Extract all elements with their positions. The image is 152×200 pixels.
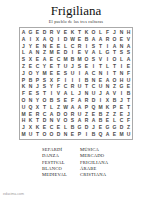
grid-cell-r9c1: K [20, 83, 27, 90]
grid-cell-r8c3: P [34, 77, 41, 84]
grid-cell-r1c10: K [83, 29, 90, 36]
grid-cell-r11c15: J [118, 97, 125, 104]
grid-cell-r2c1: A [20, 36, 27, 43]
grid-cell-r10c7: A [62, 90, 69, 97]
grid-cell-r13c8: R [69, 111, 76, 118]
grid-cell-r13c1: M [20, 111, 27, 118]
grid-cell-r13c10: Z [83, 111, 90, 118]
grid-cell-r6c10: E [83, 63, 90, 70]
grid-cell-r5c2: X [27, 56, 34, 63]
grid-cell-r9c7: C [62, 83, 69, 90]
grid-cell-r3c5: E [48, 43, 55, 50]
grid-cell-r7c11: C [90, 70, 97, 77]
grid-cell-r13c7: O [62, 111, 69, 118]
grid-cell-r12c4: T [41, 104, 48, 111]
grid-cell-r15c9: G [76, 124, 83, 131]
grid-cell-r7c4: M [41, 70, 48, 77]
grid-cell-r3c6: E [55, 43, 62, 50]
grid-cell-r10c6: V [55, 90, 62, 97]
grid-cell-r1c12: L [97, 29, 104, 36]
grid-cell-r13c16: J [125, 111, 132, 118]
grid-cell-r2c14: O [111, 36, 118, 43]
grid-cell-r7c14: T [111, 70, 118, 77]
grid-cell-r13c5: A [48, 111, 55, 118]
grid-cell-r1c11: O [90, 29, 97, 36]
grid-cell-r1c14: J [111, 29, 118, 36]
grid-cell-r6c5: E [48, 63, 55, 70]
grid-cell-r7c8: U [69, 70, 76, 77]
grid-cell-r14c11: A [90, 117, 97, 124]
grid-cell-r9c10: T [83, 83, 90, 90]
grid-cell-r12c11: Q [90, 104, 97, 111]
grid-cell-r12c1: U [20, 104, 27, 111]
grid-cell-r16c9: P [76, 131, 83, 138]
grid-cell-r14c6: V [55, 117, 62, 124]
grid-cell-r15c10: D [83, 124, 90, 131]
grid-cell-r6c2: E [27, 63, 34, 70]
grid-cell-r5c1: S [20, 56, 27, 63]
grid-cell-r5c4: A [41, 56, 48, 63]
grid-cell-r1c3: E [34, 29, 41, 36]
grid-cell-r5c8: B [69, 56, 76, 63]
grid-cell-r9c8: R [69, 83, 76, 90]
grid-cell-r7c13: I [104, 70, 111, 77]
grid-cell-r10c12: J [97, 90, 104, 97]
grid-cell-r8c16: U [125, 77, 132, 84]
grid-cell-r8c7: I [62, 77, 69, 84]
grid-cell-r4c7: D [62, 49, 69, 56]
grid-cell-r10c13: A [104, 90, 111, 97]
grid-cell-r14c4: D [41, 117, 48, 124]
grid-cell-r16c13: A [104, 131, 111, 138]
grid-cell-r2c8: W [69, 36, 76, 43]
grid-cell-r14c5: N [48, 117, 55, 124]
grid-cell-r4c5: M [48, 49, 55, 56]
grid-cell-r8c13: A [104, 77, 111, 84]
grid-cell-r7c12: N [97, 70, 104, 77]
word-list: SEFARDÍDANZAFESTIVALBLANCOMEDIEVAL MÚSIC… [42, 147, 152, 179]
grid-cell-r3c10: I [83, 43, 90, 50]
grid-cell-r10c11: U [90, 90, 97, 97]
grid-cell-r8c1: P [20, 77, 27, 84]
grid-cell-r12c16: T [125, 104, 132, 111]
grid-cell-r13c6: D [55, 111, 62, 118]
grid-cell-r4c6: E [55, 49, 62, 56]
grid-cell-r3c7: L [62, 43, 69, 50]
grid-cell-r3c3: E [34, 43, 41, 50]
grid-cell-r3c14: A [111, 43, 118, 50]
grid-cell-r11c2: N [27, 97, 34, 104]
grid-cell-r1c5: R [48, 29, 55, 36]
grid-cell-r8c2: B [27, 77, 34, 84]
grid-cell-r4c4: Z [41, 49, 48, 56]
grid-cell-r13c12: B [97, 111, 104, 118]
grid-cell-r9c4: S [41, 83, 48, 90]
grid-cell-r3c12: T [97, 43, 104, 50]
grid-cell-r16c5: O [48, 131, 55, 138]
grid-cell-r9c11: C [90, 83, 97, 90]
grid-cell-r3c2: Y [27, 43, 34, 50]
grid-cell-r13c9: U [76, 111, 83, 118]
grid-cell-r7c7: S [62, 70, 69, 77]
grid-cell-r3c16: A [125, 43, 132, 50]
grid-cell-r10c3: S [34, 90, 41, 97]
grid-cell-r9c16: E [125, 83, 132, 90]
grid-cell-r6c9: S [76, 63, 83, 70]
grid-cell-r9c13: N [104, 83, 111, 90]
grid-cell-r12c7: W [62, 104, 69, 111]
grid-cell-r2c9: E [76, 36, 83, 43]
word-list-column-1: SEFARDÍDANZAFESTIVALBLANCOMEDIEVAL [42, 147, 67, 179]
grid-cell-r11c12: I [97, 97, 104, 104]
grid-cell-r5c7: M [62, 56, 69, 63]
grid-cell-r3c11: S [90, 43, 97, 50]
grid-cell-r15c4: E [41, 124, 48, 131]
grid-cell-r8c8: I [69, 77, 76, 84]
grid-cell-r10c5: I [48, 90, 55, 97]
grid-cell-r1c6: V [55, 29, 62, 36]
grid-cell-r14c14: L [111, 117, 118, 124]
word-search-grid: AGEDRVEKTKOLFJNHAIXAQIDWEBAAROEVJYENEELC… [19, 27, 133, 140]
grid-cell-r2c16: V [125, 36, 132, 43]
grid-cell-r16c7: N [62, 131, 69, 138]
grid-cell-r5c11: S [90, 56, 97, 63]
grid-cell-r7c3: Y [34, 70, 41, 77]
grid-cell-r15c11: J [90, 124, 97, 131]
grid-cell-r5c16: A [125, 56, 132, 63]
word-item: CRISTIANA [80, 172, 108, 178]
grid-cell-r8c14: O [111, 77, 118, 84]
grid-cell-r15c5: C [48, 124, 55, 131]
grid-cell-r6c15: I [118, 63, 125, 70]
grid-cell-r5c5: E [48, 56, 55, 63]
grid-cell-r12c6: Z [55, 104, 62, 111]
grid-cell-r8c12: E [97, 77, 104, 84]
grid-cell-r11c3: Y [34, 97, 41, 104]
grid-cell-r11c14: B [111, 97, 118, 104]
grid-cell-r14c2: K [27, 117, 34, 124]
grid-cell-r10c9: J [76, 90, 83, 97]
grid-cell-r9c9: U [76, 83, 83, 90]
grid-cell-r13c2: E [27, 111, 34, 118]
grid-cell-r7c10: A [83, 70, 90, 77]
grid-cell-r5c15: L [118, 56, 125, 63]
grid-cell-r4c12: L [97, 49, 104, 56]
grid-cell-r10c16: B [125, 90, 132, 97]
grid-cell-r6c11: I [90, 63, 97, 70]
grid-cell-r12c13: K [104, 104, 111, 111]
grid-cell-r6c12: T [97, 63, 104, 70]
grid-cell-r8c6: F [55, 77, 62, 84]
grid-cell-r15c6: E [55, 124, 62, 131]
grid-cell-r10c15: I [118, 90, 125, 97]
grid-cell-r15c2: X [27, 124, 34, 131]
grid-cell-r13c4: C [41, 111, 48, 118]
grid-cell-r10c1: F [20, 90, 27, 97]
grid-cell-r12c14: P [111, 104, 118, 111]
grid-cell-r14c1: H [20, 117, 27, 124]
grid-cell-r7c16: F [125, 70, 132, 77]
grid-cell-r10c14: V [111, 90, 118, 97]
grid-cell-r16c11: B [90, 131, 97, 138]
grid-cell-r14c10: R [83, 117, 90, 124]
grid-cell-r1c13: F [104, 29, 111, 36]
grid-cell-r6c13: L [104, 63, 111, 70]
grid-cell-r12c9: A [76, 104, 83, 111]
grid-cell-r1c9: T [76, 29, 83, 36]
grid-cell-r8c9: I [76, 77, 83, 84]
grid-cell-r7c6: E [55, 70, 62, 77]
grid-cell-r9c12: U [97, 83, 104, 90]
grid-cell-r13c15: E [118, 111, 125, 118]
grid-cell-r14c8: S [69, 117, 76, 124]
grid-cell-r9c5: Y [48, 83, 55, 90]
grid-cell-r4c14: T [111, 49, 118, 56]
grid-cell-r8c11: N [90, 77, 97, 84]
grid-cell-r2c11: A [90, 36, 97, 43]
word-item: MEDIEVAL [42, 172, 67, 178]
grid-cell-r11c9: A [76, 97, 83, 104]
grid-cell-r4c15: S [118, 49, 125, 56]
grid-cell-r11c16: T [125, 97, 132, 104]
grid-cell-r6c7: U [62, 63, 69, 70]
grid-cell-r9c3: J [34, 83, 41, 90]
grid-cell-r16c8: E [69, 131, 76, 138]
grid-cell-r10c8: L [69, 90, 76, 97]
grid-cell-r16c10: I [83, 131, 90, 138]
grid-cell-r5c10: O [83, 56, 90, 63]
grid-cell-r4c3: N [34, 49, 41, 56]
grid-cell-r4c2: A [27, 49, 34, 56]
grid-cell-r4c11: A [90, 49, 97, 56]
grid-cell-r16c1: M [20, 131, 27, 138]
grid-cell-r12c8: A [69, 104, 76, 111]
grid-cell-r5c6: C [55, 56, 62, 63]
grid-cell-r16c15: M [118, 131, 125, 138]
grid-cell-r2c4: A [41, 36, 48, 43]
grid-cell-r15c8: B [69, 124, 76, 131]
grid-cell-r2c7: D [62, 36, 69, 43]
grid-cell-r14c16: F [125, 117, 132, 124]
grid-cell-r11c13: X [104, 97, 111, 104]
grid-cell-r6c1: Z [20, 63, 27, 70]
grid-cell-r5c9: M [76, 56, 83, 63]
grid-cell-r6c8: J [69, 63, 76, 70]
grid-cell-r11c10: R [83, 97, 90, 104]
grid-cell-r1c15: N [118, 29, 125, 36]
grid-cell-r1c2: G [27, 29, 34, 36]
grid-cell-r15c14: G [111, 124, 118, 131]
grid-cell-r6c4: Y [41, 63, 48, 70]
grid-cell-r15c7: L [62, 124, 69, 131]
grid-cell-r12c2: Q [27, 104, 34, 111]
grid-cell-r9c14: Z [111, 83, 118, 90]
grid-cell-r3c4: N [41, 43, 48, 50]
grid-cell-r11c11: D [90, 97, 97, 104]
puzzle-title: Frigiliana [0, 3, 152, 19]
grid-cell-r4c16: S [125, 49, 132, 56]
grid-cell-r10c10: N [83, 90, 90, 97]
grid-cell-r15c13: G [104, 124, 111, 131]
grid-cell-r16c12: Q [97, 131, 104, 138]
grid-cell-r12c12: M [97, 104, 104, 111]
grid-cell-r5c13: I [104, 56, 111, 63]
grid-cell-r9c6: F [55, 83, 62, 90]
grid-cell-r3c9: R [76, 43, 83, 50]
grid-cell-r5c14: O [111, 56, 118, 63]
grid-cell-r7c15: N [118, 70, 125, 77]
grid-cell-r15c15: D [118, 124, 125, 131]
grid-cell-r2c13: R [104, 36, 111, 43]
grid-cell-r16c6: D [55, 131, 62, 138]
grid-cell-r2c3: X [34, 36, 41, 43]
grid-cell-r11c6: S [55, 97, 62, 104]
grid-cell-r16c16: U [125, 131, 132, 138]
grid-cell-r11c4: O [41, 97, 48, 104]
grid-cell-r3c15: N [118, 43, 125, 50]
grid-cell-r2c2: I [27, 36, 34, 43]
grid-cell-r1c16: H [125, 29, 132, 36]
grid-cell-r3c8: C [69, 43, 76, 50]
grid-cell-r13c3: R [34, 111, 41, 118]
grid-cell-r1c1: A [20, 29, 27, 36]
watermark: educima.com [3, 192, 24, 196]
grid-cell-r2c5: Q [48, 36, 55, 43]
grid-cell-r3c13: I [104, 43, 111, 50]
grid-cell-r16c14: E [111, 131, 118, 138]
grid-cell-r6c6: T [55, 63, 62, 70]
grid-cell-r6c14: T [111, 63, 118, 70]
grid-cell-r3c1: J [20, 43, 27, 50]
grid-cell-r8c10: B [83, 77, 90, 84]
grid-cell-r5c12: V [97, 56, 104, 63]
grid-cell-r9c15: G [118, 83, 125, 90]
grid-cell-r9c2: N [27, 83, 34, 90]
grid-cell-r4c8: I [69, 49, 76, 56]
grid-cell-r2c15: E [118, 36, 125, 43]
grid-cell-r16c4: O [41, 131, 48, 138]
puzzle-page: Frigiliana El pueblo de las tres cultura… [0, 0, 152, 200]
grid-cell-r13c14: Z [111, 111, 118, 118]
grid-cell-r16c3: T [34, 131, 41, 138]
grid-cell-r15c16: Z [125, 124, 132, 131]
grid-cell-r12c10: P [83, 104, 90, 111]
grid-cell-r14c13: E [104, 117, 111, 124]
grid-cell-r8c5: X [48, 77, 55, 84]
grid-cell-r15c12: E [97, 124, 104, 131]
grid-cell-r12c15: E [118, 104, 125, 111]
grid-cell-r14c3: T [34, 117, 41, 124]
grid-cell-r14c7: O [62, 117, 69, 124]
grid-cell-r12c3: X [34, 104, 41, 111]
grid-cell-r10c2: E [27, 90, 34, 97]
grid-cell-r7c2: O [27, 70, 34, 77]
grid-cell-r7c5: E [48, 70, 55, 77]
word-list-column-2: MÚSICAMERCADOFRIGILIANAÁRABECRISTIANA [80, 147, 108, 179]
grid-cell-r2c6: I [55, 36, 62, 43]
grid-cell-r14c15: C [118, 117, 125, 124]
grid-cell-r7c1: J [20, 70, 27, 77]
grid-cell-r11c1: O [20, 97, 27, 104]
grid-cell-r2c12: A [97, 36, 104, 43]
grid-cell-r11c7: E [62, 97, 69, 104]
grid-cell-r14c12: B [97, 117, 104, 124]
grid-cell-r5c3: E [34, 56, 41, 63]
grid-cell-r4c10: V [83, 49, 90, 56]
grid-cell-r6c3: C [34, 63, 41, 70]
grid-cell-r1c4: D [41, 29, 48, 36]
grid-cell-r4c1: L [20, 49, 27, 56]
grid-cell-r15c3: K [34, 124, 41, 131]
grid-cell-r11c5: B [48, 97, 55, 104]
grid-cell-r7c9: I [76, 70, 83, 77]
grid-cell-r16c2: U [27, 131, 34, 138]
grid-cell-r11c8: F [69, 97, 76, 104]
grid-cell-r1c8: K [69, 29, 76, 36]
grid-cell-r15c1: J [20, 124, 27, 131]
grid-cell-r6c16: E [125, 63, 132, 70]
grid-cell-r13c13: Z [104, 111, 111, 118]
grid-cell-r8c15: H [118, 77, 125, 84]
grid-cell-r1c7: E [62, 29, 69, 36]
puzzle-subtitle: El pueblo de las tres culturas [0, 19, 152, 24]
grid-cell-r10c4: T [41, 90, 48, 97]
grid-cell-r4c9: E [76, 49, 83, 56]
grid-cell-r14c9: A [76, 117, 83, 124]
grid-cell-r13c11: E [90, 111, 97, 118]
grid-cell-r8c4: S [41, 77, 48, 84]
grid-cell-r2c10: B [83, 36, 90, 43]
grid-cell-r12c5: L [48, 104, 55, 111]
grid-cell-r4c13: G [104, 49, 111, 56]
